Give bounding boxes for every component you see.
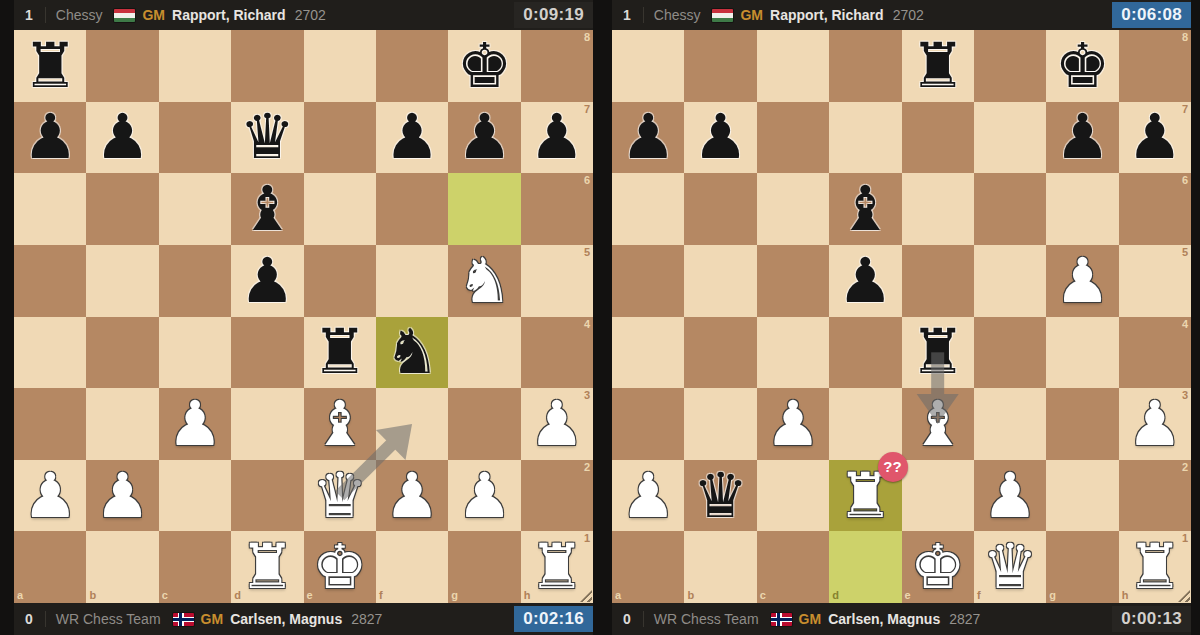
square-g6[interactable]	[1046, 173, 1118, 245]
white-queen-piece[interactable]: ♛	[974, 531, 1046, 603]
square-d8[interactable]	[231, 30, 303, 102]
square-d3[interactable]	[829, 388, 901, 460]
square-a3[interactable]	[612, 388, 684, 460]
square-d4[interactable]	[231, 317, 303, 389]
team-name: WR Chess Team	[56, 611, 161, 627]
square-h4[interactable]: 4	[521, 317, 593, 389]
white-pawn-piece[interactable]: ♟	[86, 460, 158, 532]
square-f3[interactable]	[974, 388, 1046, 460]
square-g8[interactable]: ♚	[1046, 30, 1118, 102]
square-f4[interactable]	[974, 317, 1046, 389]
square-c5[interactable]	[757, 245, 829, 317]
player-rating: 2702	[295, 7, 326, 23]
square-g5[interactable]: ♟	[1046, 245, 1118, 317]
white-rook-piece[interactable]: ♜	[1119, 531, 1191, 603]
square-g7[interactable]: ♟	[448, 102, 520, 174]
black-pawn-piece[interactable]: ♟	[1119, 102, 1191, 174]
file-label: g	[1049, 590, 1056, 601]
square-b3[interactable]	[684, 388, 756, 460]
black-pawn-piece[interactable]: ♟	[829, 245, 901, 317]
black-pawn-piece[interactable]: ♟	[521, 102, 593, 174]
square-d6[interactable]: ♝	[829, 173, 901, 245]
square-b8[interactable]	[684, 30, 756, 102]
square-a5[interactable]	[612, 245, 684, 317]
player-title: GM	[740, 7, 763, 23]
black-rook-piece[interactable]: ♜	[902, 30, 974, 102]
hungary-flag-icon	[114, 9, 135, 22]
square-f8[interactable]	[974, 30, 1046, 102]
black-bishop-piece[interactable]: ♝	[231, 173, 303, 245]
square-e7[interactable]	[304, 102, 376, 174]
square-d1[interactable]: d♜	[231, 531, 303, 603]
match-score: 1	[14, 7, 46, 23]
square-g2[interactable]	[1046, 460, 1118, 532]
square-e1[interactable]: e♚	[304, 531, 376, 603]
player-name: Rapport, Richard	[770, 7, 884, 23]
player-name: Rapport, Richard	[172, 7, 286, 23]
square-d3[interactable]	[231, 388, 303, 460]
square-d8[interactable]	[829, 30, 901, 102]
square-a8[interactable]: ♜	[14, 30, 86, 102]
square-e2[interactable]: ♛	[304, 460, 376, 532]
square-a8[interactable]	[612, 30, 684, 102]
square-a2[interactable]: ♟	[612, 460, 684, 532]
player-title: GM	[201, 611, 224, 627]
white-pawn-piece[interactable]: ♟	[14, 460, 86, 532]
white-pawn-piece[interactable]: ♟	[1119, 388, 1191, 460]
board-panel-2: 1 Chessy GM Rapport, Richard 2702 0:06:0…	[600, 0, 1200, 635]
white-king-piece[interactable]: ♚	[902, 531, 974, 603]
square-f3[interactable]	[376, 388, 448, 460]
square-a7[interactable]: ♟	[612, 102, 684, 174]
square-h5[interactable]: 5	[1119, 245, 1191, 317]
square-d5[interactable]: ♟	[231, 245, 303, 317]
square-f6[interactable]	[974, 173, 1046, 245]
file-label: c	[162, 590, 168, 601]
white-pawn-piece[interactable]: ♟	[974, 460, 1046, 532]
square-b1[interactable]: b	[86, 531, 158, 603]
square-h8[interactable]: 8	[521, 30, 593, 102]
square-g3[interactable]	[1046, 388, 1118, 460]
white-bishop-piece[interactable]: ♝	[902, 388, 974, 460]
black-rook-piece[interactable]: ♜	[14, 30, 86, 102]
file-label: a	[17, 590, 23, 601]
square-c8[interactable]	[159, 30, 231, 102]
square-f2[interactable]: ♟	[974, 460, 1046, 532]
square-g4[interactable]	[448, 317, 520, 389]
square-h3[interactable]: 3♟	[521, 388, 593, 460]
black-rook-piece[interactable]: ♜	[304, 317, 376, 389]
hungary-flag-icon	[712, 9, 733, 22]
match-score: 1	[612, 7, 644, 23]
white-pawn-piece[interactable]: ♟	[376, 460, 448, 532]
white-pawn-piece[interactable]: ♟	[448, 460, 520, 532]
square-f6[interactable]	[376, 173, 448, 245]
broadcast-stage: 1 Chessy GM Rapport, Richard 2702 0:09:1…	[0, 0, 1200, 635]
square-b5[interactable]	[684, 245, 756, 317]
board-panel-1: 1 Chessy GM Rapport, Richard 2702 0:09:1…	[0, 0, 600, 635]
square-b8[interactable]	[86, 30, 158, 102]
square-e6[interactable]	[902, 173, 974, 245]
player-bar-white: 0 WR Chess Team GM Carlsen, Magnus 2827 …	[14, 603, 593, 635]
square-b3[interactable]	[86, 388, 158, 460]
square-b5[interactable]	[86, 245, 158, 317]
player-name: Carlsen, Magnus	[230, 611, 342, 627]
square-e8[interactable]	[304, 30, 376, 102]
black-pawn-piece[interactable]: ♟	[448, 102, 520, 174]
white-pawn-piece[interactable]: ♟	[612, 460, 684, 532]
square-h7[interactable]: 7♟	[521, 102, 593, 174]
chess-board-1: ♜♚8♟♟♛♟♟7♟♝6♟♞5♜♞4♟♝3♟♟♟♛♟♟2abcd♜e♚fg1h♜	[14, 30, 593, 603]
square-a3[interactable]	[14, 388, 86, 460]
file-label: a	[615, 590, 621, 601]
square-a1[interactable]: a	[612, 531, 684, 603]
square-b1[interactable]: b	[684, 531, 756, 603]
white-pawn-piece[interactable]: ♟	[757, 388, 829, 460]
square-d6[interactable]: ♝	[231, 173, 303, 245]
team-name: Chessy	[56, 7, 103, 23]
match-score: 0	[14, 611, 46, 627]
file-label: b	[89, 590, 96, 601]
square-d7[interactable]: ♛	[231, 102, 303, 174]
square-h6[interactable]: 6	[521, 173, 593, 245]
black-pawn-piece[interactable]: ♟	[14, 102, 86, 174]
rank-label: 6	[1182, 175, 1188, 186]
file-label: f	[379, 590, 383, 601]
white-rook-piece[interactable]: ♜	[231, 531, 303, 603]
black-pawn-piece[interactable]: ♟	[86, 102, 158, 174]
square-a7[interactable]: ♟	[14, 102, 86, 174]
white-bishop-piece[interactable]: ♝	[304, 388, 376, 460]
player-name: Carlsen, Magnus	[828, 611, 940, 627]
square-a6[interactable]	[14, 173, 86, 245]
square-b6[interactable]	[86, 173, 158, 245]
rank-label: 8	[1182, 32, 1188, 43]
player-title: GM	[142, 7, 165, 23]
rank-label: 5	[1182, 247, 1188, 258]
square-f7[interactable]: ♟	[376, 102, 448, 174]
rank-label: 4	[1182, 319, 1188, 330]
square-g8[interactable]: ♚	[448, 30, 520, 102]
square-c6[interactable]	[159, 173, 231, 245]
player-bar-white: 0 WR Chess Team GM Carlsen, Magnus 2827 …	[612, 603, 1191, 635]
chess-board-2: ♜♚8♟♟♟7♟♝6♟♟5♜4♟♝3♟♟♛♜♟2abcde♚f♛g1h♜??	[612, 30, 1191, 603]
square-e4[interactable]: ♜	[304, 317, 376, 389]
square-h8[interactable]: 8	[1119, 30, 1191, 102]
black-pawn-piece[interactable]: ♟	[1046, 102, 1118, 174]
square-d5[interactable]: ♟	[829, 245, 901, 317]
square-b7[interactable]: ♟	[684, 102, 756, 174]
white-queen-piece[interactable]: ♛	[304, 460, 376, 532]
square-c4[interactable]	[757, 317, 829, 389]
square-c7[interactable]	[757, 102, 829, 174]
square-f8[interactable]	[376, 30, 448, 102]
square-e2[interactable]	[902, 460, 974, 532]
square-f4[interactable]: ♞	[376, 317, 448, 389]
square-b6[interactable]	[684, 173, 756, 245]
black-knight-piece[interactable]: ♞	[376, 317, 448, 389]
white-pawn-piece[interactable]: ♟	[521, 388, 593, 460]
square-e6[interactable]	[304, 173, 376, 245]
square-e3[interactable]: ♝	[902, 388, 974, 460]
square-c5[interactable]	[159, 245, 231, 317]
square-h1[interactable]: 1h♜	[1119, 531, 1191, 603]
player-clock: 0:00:13	[1112, 606, 1191, 632]
square-b2[interactable]: ♛	[684, 460, 756, 532]
match-score: 0	[612, 611, 644, 627]
square-b2[interactable]: ♟	[86, 460, 158, 532]
black-king-piece[interactable]: ♚	[1046, 30, 1118, 102]
square-e5[interactable]	[304, 245, 376, 317]
square-h2[interactable]: 2	[1119, 460, 1191, 532]
square-f7[interactable]	[974, 102, 1046, 174]
file-label: c	[760, 590, 766, 601]
black-rook-piece[interactable]: ♜	[902, 317, 974, 389]
rank-label: 2	[1182, 462, 1188, 473]
square-h2[interactable]: 2	[521, 460, 593, 532]
square-c3[interactable]: ♟	[159, 388, 231, 460]
square-h6[interactable]: 6	[1119, 173, 1191, 245]
square-e3[interactable]: ♝	[304, 388, 376, 460]
square-c2[interactable]	[159, 460, 231, 532]
square-c3[interactable]: ♟	[757, 388, 829, 460]
square-f1[interactable]: f♛	[974, 531, 1046, 603]
player-rating: 2702	[893, 7, 924, 23]
square-g4[interactable]	[1046, 317, 1118, 389]
square-a5[interactable]	[14, 245, 86, 317]
team-name: WR Chess Team	[654, 611, 759, 627]
rank-label: 5	[584, 247, 590, 258]
square-d2[interactable]	[231, 460, 303, 532]
square-d7[interactable]	[829, 102, 901, 174]
white-pawn-piece[interactable]: ♟	[159, 388, 231, 460]
square-c6[interactable]	[757, 173, 829, 245]
square-h5[interactable]: 5	[521, 245, 593, 317]
white-knight-piece[interactable]: ♞	[448, 245, 520, 317]
square-h7[interactable]: 7♟	[1119, 102, 1191, 174]
square-a4[interactable]	[612, 317, 684, 389]
square-c4[interactable]	[159, 317, 231, 389]
black-bishop-piece[interactable]: ♝	[829, 173, 901, 245]
square-a4[interactable]	[14, 317, 86, 389]
black-pawn-piece[interactable]: ♟	[612, 102, 684, 174]
white-king-piece[interactable]: ♚	[304, 531, 376, 603]
square-b4[interactable]	[86, 317, 158, 389]
player-clock: 0:06:08	[1112, 2, 1191, 28]
square-a1[interactable]: a	[14, 531, 86, 603]
square-d1[interactable]: d	[829, 531, 901, 603]
square-g1[interactable]: g	[1046, 531, 1118, 603]
player-rating: 2827	[351, 611, 382, 627]
square-g6[interactable]	[448, 173, 520, 245]
square-g1[interactable]: g	[448, 531, 520, 603]
norway-flag-icon	[771, 613, 792, 626]
norway-flag-icon	[173, 613, 194, 626]
team-name: Chessy	[654, 7, 701, 23]
square-c1[interactable]: c	[757, 531, 829, 603]
square-g7[interactable]: ♟	[1046, 102, 1118, 174]
black-pawn-piece[interactable]: ♟	[231, 245, 303, 317]
player-clock: 0:02:16	[514, 606, 593, 632]
player-bar-black: 1 Chessy GM Rapport, Richard 2702 0:06:0…	[612, 0, 1191, 30]
square-f5[interactable]	[376, 245, 448, 317]
square-f5[interactable]	[974, 245, 1046, 317]
square-g3[interactable]	[448, 388, 520, 460]
square-c7[interactable]	[159, 102, 231, 174]
rank-label: 6	[584, 175, 590, 186]
square-e5[interactable]	[902, 245, 974, 317]
square-e8[interactable]: ♜	[902, 30, 974, 102]
square-h1[interactable]: 1h♜	[521, 531, 593, 603]
square-h3[interactable]: 3♟	[1119, 388, 1191, 460]
square-d4[interactable]	[829, 317, 901, 389]
square-g2[interactable]: ♟	[448, 460, 520, 532]
square-c8[interactable]	[757, 30, 829, 102]
square-f2[interactable]: ♟	[376, 460, 448, 532]
black-king-piece[interactable]: ♚	[448, 30, 520, 102]
square-a6[interactable]	[612, 173, 684, 245]
square-e4[interactable]: ♜	[902, 317, 974, 389]
player-rating: 2827	[949, 611, 980, 627]
file-label: d	[832, 590, 839, 601]
black-queen-piece[interactable]: ♛	[231, 102, 303, 174]
rank-label: 2	[584, 462, 590, 473]
square-b4[interactable]	[684, 317, 756, 389]
rank-label: 8	[584, 32, 590, 43]
rank-label: 4	[584, 319, 590, 330]
square-c2[interactable]	[757, 460, 829, 532]
square-e7[interactable]	[902, 102, 974, 174]
square-g5[interactable]: ♞	[448, 245, 520, 317]
square-c1[interactable]: c	[159, 531, 231, 603]
blunder-badge: ??	[878, 452, 908, 482]
square-b7[interactable]: ♟	[86, 102, 158, 174]
square-f1[interactable]: f	[376, 531, 448, 603]
file-label: b	[687, 590, 694, 601]
square-a2[interactable]: ♟	[14, 460, 86, 532]
square-e1[interactable]: e♚	[902, 531, 974, 603]
black-queen-piece[interactable]: ♛	[684, 460, 756, 532]
player-clock: 0:09:19	[514, 2, 593, 28]
player-title: GM	[799, 611, 822, 627]
file-label: g	[451, 590, 458, 601]
white-pawn-piece[interactable]: ♟	[1046, 245, 1118, 317]
square-h4[interactable]: 4	[1119, 317, 1191, 389]
white-rook-piece[interactable]: ♜	[521, 531, 593, 603]
black-pawn-piece[interactable]: ♟	[684, 102, 756, 174]
player-bar-black: 1 Chessy GM Rapport, Richard 2702 0:09:1…	[14, 0, 593, 30]
black-pawn-piece[interactable]: ♟	[376, 102, 448, 174]
